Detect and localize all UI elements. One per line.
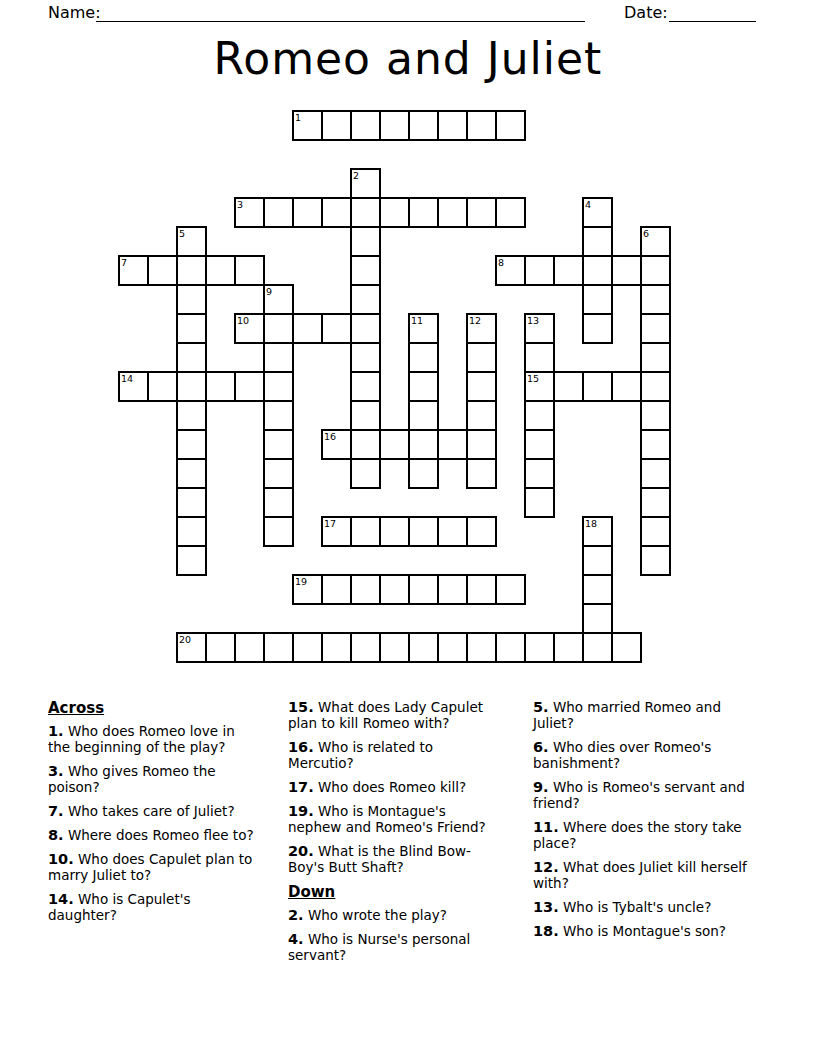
grid-cell-r9c12[interactable]: [466, 371, 497, 402]
grid-cell-r9c14[interactable]: 15: [524, 371, 555, 402]
grid-cell-r0c7[interactable]: [321, 110, 352, 141]
grid-cell-r11c11[interactable]: [437, 429, 468, 460]
grid-cell-r17c16[interactable]: [582, 603, 613, 634]
grid-cell-r11c8[interactable]: [350, 429, 381, 460]
clue-number-13: 13: [527, 315, 539, 326]
grid-cell-r18c7[interactable]: [321, 632, 352, 663]
grid-cell-r18c2[interactable]: 20: [176, 632, 207, 663]
grid-cell-r18c9[interactable]: [379, 632, 410, 663]
grid-cell-r0c12[interactable]: [466, 110, 497, 141]
clue-down-6: 6. Who dies over Romeo's banishment?: [533, 739, 751, 771]
grid-cell-r14c16[interactable]: 18: [582, 516, 613, 547]
grid-cell-r18c13[interactable]: [495, 632, 526, 663]
clue-across-3: 3. Who gives Romeo the poison?: [48, 763, 260, 795]
clue-column-1: Across1. Who does Romeo love in the begi…: [48, 699, 260, 931]
grid-cell-r8c14[interactable]: [524, 342, 555, 373]
clue-down-11: 11. Where does the story take place?: [533, 819, 751, 851]
grid-cell-r16c12[interactable]: [466, 574, 497, 605]
grid-cell-r14c7[interactable]: 17: [321, 516, 352, 547]
grid-cell-r6c5[interactable]: 9: [263, 284, 294, 315]
grid-cell-r9c10[interactable]: [408, 371, 439, 402]
grid-cell-r11c14[interactable]: [524, 429, 555, 460]
grid-cell-r7c5[interactable]: [263, 313, 294, 344]
grid-cell-r16c7[interactable]: [321, 574, 352, 605]
grid-cell-r8c10[interactable]: [408, 342, 439, 373]
grid-cell-r4c2[interactable]: 5: [176, 226, 207, 257]
grid-cell-r7c4[interactable]: 10: [234, 313, 265, 344]
grid-cell-r3c9[interactable]: [379, 197, 410, 228]
clue-number-4: 4: [585, 199, 591, 210]
grid-cell-r5c0[interactable]: 7: [118, 255, 149, 286]
grid-cell-r18c14[interactable]: [524, 632, 555, 663]
clue-across-19: 19. Who is Montague's nephew and Romeo's…: [288, 803, 500, 835]
grid-cell-r18c10[interactable]: [408, 632, 439, 663]
grid-cell-r12c18[interactable]: [640, 458, 671, 489]
grid-cell-r3c13[interactable]: [495, 197, 526, 228]
grid-cell-r3c5[interactable]: [263, 197, 294, 228]
grid-cell-r5c13[interactable]: 8: [495, 255, 526, 286]
grid-cell-r15c16[interactable]: [582, 545, 613, 576]
grid-cell-r11c2[interactable]: [176, 429, 207, 460]
grid-cell-r7c2[interactable]: [176, 313, 207, 344]
clue-number-2: 2: [353, 170, 359, 181]
clue-across-17: 17. Who does Romeo kill?: [288, 779, 500, 795]
grid-cell-r7c18[interactable]: [640, 313, 671, 344]
grid-cell-r8c5[interactable]: [263, 342, 294, 373]
grid-cell-r12c2[interactable]: [176, 458, 207, 489]
clue-across-15: 15. What does Lady Capulet plan to kill …: [288, 699, 500, 731]
grid-cell-r11c10[interactable]: [408, 429, 439, 460]
grid-cell-r6c2[interactable]: [176, 284, 207, 315]
grid-cell-r15c2[interactable]: [176, 545, 207, 576]
page-title: Romeo and Juliet: [0, 33, 816, 84]
grid-cell-r14c12[interactable]: [466, 516, 497, 547]
grid-cell-r5c16[interactable]: [582, 255, 613, 286]
grid-cell-r5c8[interactable]: [350, 255, 381, 286]
clue-number-18: 18: [585, 518, 597, 529]
clue-number-7: 7: [121, 257, 127, 268]
grid-cell-r3c7[interactable]: [321, 197, 352, 228]
grid-cell-r2c8[interactable]: 2: [350, 168, 381, 199]
grid-cell-r16c10[interactable]: [408, 574, 439, 605]
clue-across-14: 14. Who is Capulet's daughter?: [48, 891, 260, 923]
grid-cell-r4c16[interactable]: [582, 226, 613, 257]
clue-number-20: 20: [179, 634, 191, 645]
grid-cell-r4c8[interactable]: [350, 226, 381, 257]
grid-cell-r8c18[interactable]: [640, 342, 671, 373]
grid-cell-r6c8[interactable]: [350, 284, 381, 315]
grid-cell-r3c10[interactable]: [408, 197, 439, 228]
grid-cell-r16c11[interactable]: [437, 574, 468, 605]
grid-cell-r12c8[interactable]: [350, 458, 381, 489]
grid-cell-r18c16[interactable]: [582, 632, 613, 663]
date-label: Date:: [624, 3, 668, 22]
grid-cell-r16c8[interactable]: [350, 574, 381, 605]
grid-cell-r10c5[interactable]: [263, 400, 294, 431]
grid-cell-r10c2[interactable]: [176, 400, 207, 431]
grid-cell-r4c18[interactable]: 6: [640, 226, 671, 257]
clue-across-8: 8. Where does Romeo flee to?: [48, 827, 260, 843]
grid-cell-r9c0[interactable]: 14: [118, 371, 149, 402]
grid-cell-r18c15[interactable]: [553, 632, 584, 663]
clue-across-16: 16. Who is related to Mercutio?: [288, 739, 500, 771]
grid-cell-r14c9[interactable]: [379, 516, 410, 547]
clue-column-2: 15. What does Lady Capulet plan to kill …: [288, 699, 500, 971]
grid-cell-r16c16[interactable]: [582, 574, 613, 605]
grid-cell-r9c15[interactable]: [553, 371, 584, 402]
grid-cell-r16c6[interactable]: 19: [292, 574, 323, 605]
grid-cell-r7c7[interactable]: [321, 313, 352, 344]
grid-cell-r11c5[interactable]: [263, 429, 294, 460]
grid-cell-r13c18[interactable]: [640, 487, 671, 518]
grid-cell-r13c2[interactable]: [176, 487, 207, 518]
grid-cell-r5c3[interactable]: [205, 255, 236, 286]
grid-cell-r16c9[interactable]: [379, 574, 410, 605]
clue-down-9: 9. Who is Romeo's servant and friend?: [533, 779, 751, 811]
clue-down-18: 18. Who is Montague's son?: [533, 923, 751, 939]
clue-number-10: 10: [237, 315, 249, 326]
clue-number-11: 11: [411, 315, 423, 326]
grid-cell-r14c2[interactable]: [176, 516, 207, 547]
grid-cell-r15c18[interactable]: [640, 545, 671, 576]
clue-number-1: 1: [295, 112, 301, 123]
grid-cell-r5c15[interactable]: [553, 255, 584, 286]
grid-cell-r9c16[interactable]: [582, 371, 613, 402]
grid-cell-r3c16[interactable]: 4: [582, 197, 613, 228]
clue-down-5: 5. Who married Romeo and Juliet?: [533, 699, 751, 731]
grid-cell-r7c14[interactable]: 13: [524, 313, 555, 344]
grid-cell-r18c17[interactable]: [611, 632, 642, 663]
clue-number-15: 15: [527, 373, 539, 384]
grid-cell-r7c16[interactable]: [582, 313, 613, 344]
down-heading: Down: [288, 883, 500, 901]
grid-cell-r14c18[interactable]: [640, 516, 671, 547]
grid-cell-r3c4[interactable]: 3: [234, 197, 265, 228]
grid-cell-r9c18[interactable]: [640, 371, 671, 402]
grid-cell-r0c6[interactable]: 1: [292, 110, 323, 141]
grid-cell-r3c11[interactable]: [437, 197, 468, 228]
grid-cell-r13c5[interactable]: [263, 487, 294, 518]
grid-cell-r7c6[interactable]: [292, 313, 323, 344]
clue-down-13: 13. Who is Tybalt's uncle?: [533, 899, 751, 915]
clue-number-8: 8: [498, 257, 504, 268]
grid-cell-r11c12[interactable]: [466, 429, 497, 460]
grid-cell-r9c3[interactable]: [205, 371, 236, 402]
clue-across-10: 10. Who does Capulet plan to marry Julie…: [48, 851, 260, 883]
grid-cell-r13c14[interactable]: [524, 487, 555, 518]
clue-across-7: 7. Who takes care of Juliet?: [48, 803, 260, 819]
grid-cell-r5c4[interactable]: [234, 255, 265, 286]
grid-cell-r18c3[interactable]: [205, 632, 236, 663]
clue-across-1: 1. Who does Romeo love in the beginning …: [48, 723, 260, 755]
clue-number-16: 16: [324, 431, 336, 442]
grid-cell-r10c14[interactable]: [524, 400, 555, 431]
grid-cell-r16c13[interactable]: [495, 574, 526, 605]
grid-cell-r18c11[interactable]: [437, 632, 468, 663]
grid-cell-r5c17[interactable]: [611, 255, 642, 286]
grid-cell-r0c9[interactable]: [379, 110, 410, 141]
grid-cell-r14c10[interactable]: [408, 516, 439, 547]
grid-cell-r3c8[interactable]: [350, 197, 381, 228]
clue-number-17: 17: [324, 518, 336, 529]
clue-down-4: 4. Who is Nurse's personal servant?: [288, 931, 500, 963]
grid-cell-r9c1[interactable]: [147, 371, 178, 402]
grid-cell-r14c5[interactable]: [263, 516, 294, 547]
grid-cell-r0c10[interactable]: [408, 110, 439, 141]
clue-number-14: 14: [121, 373, 133, 384]
grid-cell-r12c12[interactable]: [466, 458, 497, 489]
grid-cell-r9c5[interactable]: [263, 371, 294, 402]
clue-number-3: 3: [237, 199, 243, 210]
grid-cell-r18c4[interactable]: [234, 632, 265, 663]
clue-number-5: 5: [179, 228, 185, 239]
grid-cell-r5c14[interactable]: [524, 255, 555, 286]
clue-across-20: 20. What is the Blind Bow-Boy's Butt Sha…: [288, 843, 500, 875]
grid-cell-r11c7[interactable]: 16: [321, 429, 352, 460]
grid-cell-r6c18[interactable]: [640, 284, 671, 315]
grid-cell-r3c6[interactable]: [292, 197, 323, 228]
clue-column-3: 5. Who married Romeo and Juliet?6. Who d…: [533, 699, 751, 947]
clue-number-12: 12: [469, 315, 481, 326]
grid-cell-r10c8[interactable]: [350, 400, 381, 431]
grid-cell-r10c12[interactable]: [466, 400, 497, 431]
grid-cell-r12c5[interactable]: [263, 458, 294, 489]
grid-cell-r8c12[interactable]: [466, 342, 497, 373]
grid-cell-r6c16[interactable]: [582, 284, 613, 315]
grid-cell-r9c17[interactable]: [611, 371, 642, 402]
grid-cell-r9c8[interactable]: [350, 371, 381, 402]
grid-cell-r18c5[interactable]: [263, 632, 294, 663]
grid-cell-r0c11[interactable]: [437, 110, 468, 141]
grid-cell-r18c12[interactable]: [466, 632, 497, 663]
clue-number-6: 6: [643, 228, 649, 239]
name-label: Name:: [48, 3, 101, 22]
grid-cell-r7c8[interactable]: [350, 313, 381, 344]
grid-cell-r8c8[interactable]: [350, 342, 381, 373]
grid-cell-r18c6[interactable]: [292, 632, 323, 663]
grid-cell-r7c10[interactable]: 11: [408, 313, 439, 344]
grid-cell-r5c1[interactable]: [147, 255, 178, 286]
grid-cell-r14c8[interactable]: [350, 516, 381, 547]
across-heading: Across: [48, 699, 260, 717]
grid-cell-r11c18[interactable]: [640, 429, 671, 460]
grid-cell-r10c18[interactable]: [640, 400, 671, 431]
name-input-line[interactable]: [96, 3, 585, 22]
grid-cell-r5c18[interactable]: [640, 255, 671, 286]
grid-cell-r0c8[interactable]: [350, 110, 381, 141]
grid-cell-r11c9[interactable]: [379, 429, 410, 460]
grid-cell-r12c10[interactable]: [408, 458, 439, 489]
grid-cell-r9c4[interactable]: [234, 371, 265, 402]
clue-number-19: 19: [295, 576, 307, 587]
clue-number-9: 9: [266, 286, 272, 297]
grid-cell-r12c14[interactable]: [524, 458, 555, 489]
grid-cell-r8c2[interactable]: [176, 342, 207, 373]
grid-cell-r0c13[interactable]: [495, 110, 526, 141]
date-input-line[interactable]: [669, 3, 756, 22]
grid-cell-r5c2[interactable]: [176, 255, 207, 286]
grid-cell-r14c11[interactable]: [437, 516, 468, 547]
grid-cell-r3c12[interactable]: [466, 197, 497, 228]
clue-down-12: 12. What does Juliet kill herself with?: [533, 859, 751, 891]
crossword-grid: 1234567891011121314151617181920: [118, 110, 671, 663]
grid-cell-r9c2[interactable]: [176, 371, 207, 402]
grid-cell-r10c10[interactable]: [408, 400, 439, 431]
grid-cell-r18c8[interactable]: [350, 632, 381, 663]
clue-down-2: 2. Who wrote the play?: [288, 907, 500, 923]
grid-cell-r7c12[interactable]: 12: [466, 313, 497, 344]
